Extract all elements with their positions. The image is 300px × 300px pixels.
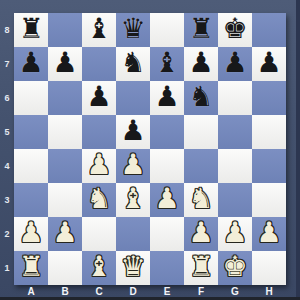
square-c1[interactable]: ♝ bbox=[82, 251, 116, 285]
square-g6[interactable] bbox=[218, 81, 252, 115]
square-b6[interactable] bbox=[48, 81, 82, 115]
rank-label-3: 3 bbox=[0, 183, 14, 217]
rank-label-1: 1 bbox=[0, 251, 14, 285]
chess-diagram: 87654321 ♜♝♛♜♚♟♟♞♝♟♟♟♟♟♞♟♟♟♞♝♟♞♟♟♟♟♟♜♝♛♜… bbox=[0, 0, 300, 300]
white-bishop[interactable]: ♝ bbox=[86, 251, 111, 284]
white-pawn[interactable]: ♟ bbox=[256, 217, 281, 250]
square-b1[interactable] bbox=[48, 251, 82, 285]
square-f6[interactable]: ♞ bbox=[184, 81, 218, 115]
square-f4[interactable] bbox=[184, 149, 218, 183]
square-a1[interactable]: ♜ bbox=[14, 251, 48, 285]
square-c6[interactable]: ♟ bbox=[82, 81, 116, 115]
square-d3[interactable]: ♝ bbox=[116, 183, 150, 217]
square-g4[interactable] bbox=[218, 149, 252, 183]
white-pawn[interactable]: ♟ bbox=[86, 149, 111, 182]
black-pawn[interactable]: ♟ bbox=[120, 115, 145, 148]
square-g7[interactable]: ♟ bbox=[218, 47, 252, 81]
square-d1[interactable]: ♛ bbox=[116, 251, 150, 285]
white-pawn[interactable]: ♟ bbox=[222, 217, 247, 250]
file-label-h: H bbox=[252, 284, 286, 298]
square-b7[interactable]: ♟ bbox=[48, 47, 82, 81]
square-h4[interactable] bbox=[252, 149, 286, 183]
square-b3[interactable] bbox=[48, 183, 82, 217]
white-pawn[interactable]: ♟ bbox=[154, 183, 179, 216]
square-a3[interactable] bbox=[14, 183, 48, 217]
square-f5[interactable] bbox=[184, 115, 218, 149]
white-bishop[interactable]: ♝ bbox=[120, 183, 145, 216]
square-f3[interactable]: ♞ bbox=[184, 183, 218, 217]
square-a8[interactable]: ♜ bbox=[14, 13, 48, 47]
square-d2[interactable] bbox=[116, 217, 150, 251]
square-e7[interactable]: ♝ bbox=[150, 47, 184, 81]
white-pawn[interactable]: ♟ bbox=[52, 217, 77, 250]
square-a7[interactable]: ♟ bbox=[14, 47, 48, 81]
file-label-d: D bbox=[116, 284, 150, 298]
black-knight[interactable]: ♞ bbox=[188, 81, 213, 114]
white-rook[interactable]: ♜ bbox=[188, 251, 213, 284]
square-h6[interactable] bbox=[252, 81, 286, 115]
white-knight[interactable]: ♞ bbox=[86, 183, 111, 216]
square-g2[interactable]: ♟ bbox=[218, 217, 252, 251]
square-h8[interactable] bbox=[252, 13, 286, 47]
file-label-c: C bbox=[82, 284, 116, 298]
white-pawn[interactable]: ♟ bbox=[188, 217, 213, 250]
square-e1[interactable] bbox=[150, 251, 184, 285]
square-g1[interactable]: ♚ bbox=[218, 251, 252, 285]
black-pawn[interactable]: ♟ bbox=[256, 47, 281, 80]
black-pawn[interactable]: ♟ bbox=[222, 47, 247, 80]
square-h3[interactable] bbox=[252, 183, 286, 217]
file-label-f: F bbox=[184, 284, 218, 298]
square-e4[interactable] bbox=[150, 149, 184, 183]
rank-label-5: 5 bbox=[0, 115, 14, 149]
square-e6[interactable]: ♟ bbox=[150, 81, 184, 115]
square-c7[interactable] bbox=[82, 47, 116, 81]
rank-label-8: 8 bbox=[0, 13, 14, 47]
square-d5[interactable]: ♟ bbox=[116, 115, 150, 149]
square-h7[interactable]: ♟ bbox=[252, 47, 286, 81]
square-c4[interactable]: ♟ bbox=[82, 149, 116, 183]
rank-label-6: 6 bbox=[0, 81, 14, 115]
black-knight[interactable]: ♞ bbox=[120, 47, 145, 80]
file-label-e: E bbox=[150, 284, 184, 298]
black-pawn[interactable]: ♟ bbox=[86, 81, 111, 114]
white-pawn[interactable]: ♟ bbox=[18, 217, 43, 250]
black-rook[interactable]: ♜ bbox=[188, 13, 213, 46]
white-pawn[interactable]: ♟ bbox=[120, 149, 145, 182]
black-bishop[interactable]: ♝ bbox=[154, 47, 179, 80]
chess-board: ♜♝♛♜♚♟♟♞♝♟♟♟♟♟♞♟♟♟♞♝♟♞♟♟♟♟♟♜♝♛♜♚ bbox=[14, 13, 286, 285]
square-b5[interactable] bbox=[48, 115, 82, 149]
rank-label-7: 7 bbox=[0, 47, 14, 81]
black-pawn[interactable]: ♟ bbox=[52, 47, 77, 80]
square-g5[interactable] bbox=[218, 115, 252, 149]
square-e5[interactable] bbox=[150, 115, 184, 149]
square-c2[interactable] bbox=[82, 217, 116, 251]
square-d6[interactable] bbox=[116, 81, 150, 115]
square-g3[interactable] bbox=[218, 183, 252, 217]
square-d4[interactable]: ♟ bbox=[116, 149, 150, 183]
black-bishop[interactable]: ♝ bbox=[86, 13, 111, 46]
white-queen[interactable]: ♛ bbox=[120, 251, 145, 284]
square-c5[interactable] bbox=[82, 115, 116, 149]
rank-label-4: 4 bbox=[0, 149, 14, 183]
square-f2[interactable]: ♟ bbox=[184, 217, 218, 251]
square-a4[interactable] bbox=[14, 149, 48, 183]
white-king[interactable]: ♚ bbox=[222, 251, 247, 284]
square-e2[interactable] bbox=[150, 217, 184, 251]
square-h1[interactable] bbox=[252, 251, 286, 285]
square-f7[interactable]: ♟ bbox=[184, 47, 218, 81]
square-c8[interactable]: ♝ bbox=[82, 13, 116, 47]
rank-labels: 87654321 bbox=[0, 13, 14, 285]
square-e8[interactable] bbox=[150, 13, 184, 47]
black-king[interactable]: ♚ bbox=[222, 13, 247, 46]
black-pawn[interactable]: ♟ bbox=[188, 47, 213, 80]
file-label-g: G bbox=[218, 284, 252, 298]
square-h5[interactable] bbox=[252, 115, 286, 149]
square-b8[interactable] bbox=[48, 13, 82, 47]
square-f8[interactable]: ♜ bbox=[184, 13, 218, 47]
square-a2[interactable]: ♟ bbox=[14, 217, 48, 251]
black-pawn[interactable]: ♟ bbox=[18, 47, 43, 80]
square-d8[interactable]: ♛ bbox=[116, 13, 150, 47]
square-h2[interactable]: ♟ bbox=[252, 217, 286, 251]
square-g8[interactable]: ♚ bbox=[218, 13, 252, 47]
square-a5[interactable] bbox=[14, 115, 48, 149]
black-rook[interactable]: ♜ bbox=[18, 13, 43, 46]
square-d7[interactable]: ♞ bbox=[116, 47, 150, 81]
square-c3[interactable]: ♞ bbox=[82, 183, 116, 217]
square-b4[interactable] bbox=[48, 149, 82, 183]
white-knight[interactable]: ♞ bbox=[188, 183, 213, 216]
square-e3[interactable]: ♟ bbox=[150, 183, 184, 217]
black-queen[interactable]: ♛ bbox=[120, 13, 145, 46]
white-rook[interactable]: ♜ bbox=[18, 251, 43, 284]
file-label-a: A bbox=[14, 284, 48, 298]
file-label-b: B bbox=[48, 284, 82, 298]
square-a6[interactable] bbox=[14, 81, 48, 115]
frame-right-edge bbox=[296, 0, 300, 300]
black-pawn[interactable]: ♟ bbox=[154, 81, 179, 114]
square-f1[interactable]: ♜ bbox=[184, 251, 218, 285]
file-labels: ABCDEFGH bbox=[14, 284, 286, 298]
square-b2[interactable]: ♟ bbox=[48, 217, 82, 251]
rank-label-2: 2 bbox=[0, 217, 14, 251]
